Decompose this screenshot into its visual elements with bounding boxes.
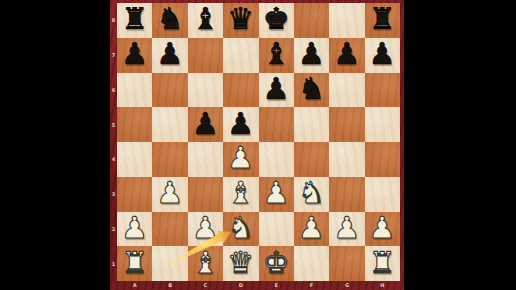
square-c2[interactable]: ♟	[188, 212, 223, 247]
white-knight-f3[interactable]: ♞	[298, 178, 325, 208]
square-b1[interactable]	[152, 246, 187, 281]
square-g4[interactable]	[329, 142, 364, 177]
square-c5[interactable]: ♟	[188, 107, 223, 142]
square-f3[interactable]: ♞	[294, 177, 329, 212]
square-g1[interactable]	[329, 246, 364, 281]
square-d6[interactable]	[223, 73, 258, 108]
square-f7[interactable]: ♟	[294, 38, 329, 73]
square-b6[interactable]	[152, 73, 187, 108]
black-queen-d8[interactable]: ♛	[227, 4, 254, 34]
square-d4[interactable]: ♟	[223, 142, 258, 177]
square-e4[interactable]	[259, 142, 294, 177]
black-bishop-c8[interactable]: ♝	[192, 4, 219, 34]
square-g8[interactable]	[329, 3, 364, 38]
square-h1[interactable]: ♜	[365, 246, 400, 281]
square-e5[interactable]	[259, 107, 294, 142]
black-pawn-f7[interactable]: ♟	[298, 39, 325, 69]
black-pawn-a7[interactable]: ♟	[121, 39, 148, 69]
rank-label-3: 3	[110, 177, 117, 212]
square-b8[interactable]: ♞	[152, 3, 187, 38]
square-d2[interactable]: ♞	[223, 212, 258, 247]
white-rook-h1[interactable]: ♜	[369, 248, 396, 278]
square-g6[interactable]	[329, 73, 364, 108]
file-label-h: h	[365, 281, 400, 290]
square-c8[interactable]: ♝	[188, 3, 223, 38]
square-a3[interactable]	[117, 177, 152, 212]
white-pawn-f2[interactable]: ♟	[298, 213, 325, 243]
rank-label-4: 4	[110, 142, 117, 177]
square-f2[interactable]: ♟	[294, 212, 329, 247]
black-pawn-g7[interactable]: ♟	[333, 39, 360, 69]
square-a8[interactable]: ♜	[117, 3, 152, 38]
file-label-c: c	[188, 281, 223, 290]
chess-board-frame: 87654321 abcdefgh ♜♞♝♛♚♜♟♟♝♟♟♟♟♞♟♟♟♟♝♟♞♟…	[110, 0, 404, 290]
rank-label-6: 6	[110, 73, 117, 108]
square-c3[interactable]	[188, 177, 223, 212]
square-f4[interactable]	[294, 142, 329, 177]
square-d7[interactable]	[223, 38, 258, 73]
black-king-e8[interactable]: ♚	[263, 4, 290, 34]
rank-label-8: 8	[110, 3, 117, 38]
square-e1[interactable]: ♚	[259, 246, 294, 281]
square-e6[interactable]: ♟	[259, 73, 294, 108]
white-pawn-h2[interactable]: ♟	[369, 213, 396, 243]
square-f6[interactable]: ♞	[294, 73, 329, 108]
square-c6[interactable]	[188, 73, 223, 108]
rank-labels: 87654321	[110, 3, 117, 281]
black-pawn-h7[interactable]: ♟	[369, 39, 396, 69]
white-knight-d2[interactable]: ♞	[227, 213, 254, 243]
square-g2[interactable]: ♟	[329, 212, 364, 247]
black-pawn-b7[interactable]: ♟	[157, 39, 184, 69]
square-c7[interactable]	[188, 38, 223, 73]
square-h8[interactable]: ♜	[365, 3, 400, 38]
white-pawn-c2[interactable]: ♟	[192, 213, 219, 243]
white-bishop-c1[interactable]: ♝	[192, 248, 219, 278]
white-pawn-g2[interactable]: ♟	[333, 213, 360, 243]
file-label-g: g	[329, 281, 364, 290]
white-rook-a1[interactable]: ♜	[121, 248, 148, 278]
file-label-b: b	[152, 281, 187, 290]
page: { "game": "chess", "position": { "fen": …	[0, 0, 516, 290]
rank-label-1: 1	[110, 246, 117, 281]
square-a5[interactable]	[117, 107, 152, 142]
black-knight-f6[interactable]: ♞	[298, 74, 325, 104]
square-b7[interactable]: ♟	[152, 38, 187, 73]
black-rook-h8[interactable]: ♜	[369, 4, 396, 34]
square-g5[interactable]	[329, 107, 364, 142]
file-label-f: f	[294, 281, 329, 290]
square-a6[interactable]	[117, 73, 152, 108]
square-h6[interactable]	[365, 73, 400, 108]
square-b4[interactable]	[152, 142, 187, 177]
square-a2[interactable]: ♟	[117, 212, 152, 247]
white-pawn-a2[interactable]: ♟	[121, 213, 148, 243]
white-king-e1[interactable]: ♚	[263, 248, 290, 278]
square-e8[interactable]: ♚	[259, 3, 294, 38]
black-pawn-d5[interactable]: ♟	[227, 109, 254, 139]
square-e7[interactable]: ♝	[259, 38, 294, 73]
square-a7[interactable]: ♟	[117, 38, 152, 73]
square-d1[interactable]: ♛	[223, 246, 258, 281]
white-queen-d1[interactable]: ♛	[227, 248, 254, 278]
square-g3[interactable]	[329, 177, 364, 212]
square-e2[interactable]	[259, 212, 294, 247]
square-h4[interactable]	[365, 142, 400, 177]
white-pawn-e3[interactable]: ♟	[263, 178, 290, 208]
black-knight-b8[interactable]: ♞	[157, 4, 184, 34]
square-g7[interactable]: ♟	[329, 38, 364, 73]
square-b3[interactable]: ♟	[152, 177, 187, 212]
square-c1[interactable]: ♝	[188, 246, 223, 281]
rank-label-7: 7	[110, 38, 117, 73]
square-a1[interactable]: ♜	[117, 246, 152, 281]
black-pawn-e6[interactable]: ♟	[263, 74, 290, 104]
square-h3[interactable]	[365, 177, 400, 212]
square-f8[interactable]	[294, 3, 329, 38]
square-h5[interactable]	[365, 107, 400, 142]
square-b5[interactable]	[152, 107, 187, 142]
rank-label-5: 5	[110, 107, 117, 142]
square-h7[interactable]: ♟	[365, 38, 400, 73]
square-f5[interactable]	[294, 107, 329, 142]
file-label-d: d	[223, 281, 258, 290]
black-bishop-e7[interactable]: ♝	[263, 39, 290, 69]
white-bishop-d3[interactable]: ♝	[227, 178, 254, 208]
black-rook-a8[interactable]: ♜	[121, 4, 148, 34]
file-labels: abcdefgh	[117, 281, 400, 290]
square-e3[interactable]: ♟	[259, 177, 294, 212]
rank-label-2: 2	[110, 212, 117, 247]
file-label-a: a	[117, 281, 152, 290]
square-d5[interactable]: ♟	[223, 107, 258, 142]
square-b2[interactable]	[152, 212, 187, 247]
square-d3[interactable]: ♝	[223, 177, 258, 212]
black-pawn-c5[interactable]: ♟	[192, 109, 219, 139]
white-pawn-d4[interactable]: ♟	[227, 143, 254, 173]
square-d8[interactable]: ♛	[223, 3, 258, 38]
square-c4[interactable]	[188, 142, 223, 177]
square-f1[interactable]	[294, 246, 329, 281]
board-grid: ♜♞♝♛♚♜♟♟♝♟♟♟♟♞♟♟♟♟♝♟♞♟♟♞♟♟♟♜♝♛♚♜	[117, 3, 400, 281]
white-pawn-b3[interactable]: ♟	[157, 178, 184, 208]
square-h2[interactable]: ♟	[365, 212, 400, 247]
square-a4[interactable]	[117, 142, 152, 177]
file-label-e: e	[259, 281, 294, 290]
